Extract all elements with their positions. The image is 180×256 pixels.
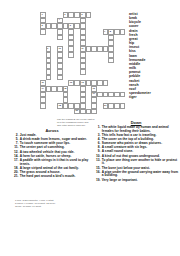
cell-number: 14 xyxy=(41,87,43,90)
clue-text: The hard part around a bird's mouth. xyxy=(20,175,92,179)
clue-text: To place one thing over another to hide … xyxy=(102,159,178,166)
cell-number: 3 xyxy=(81,13,82,16)
clue-text: A pipe under the ground carrying water a… xyxy=(102,171,178,178)
clue-item: 19.Very large or important. xyxy=(94,179,178,183)
cell-number: 7 xyxy=(104,30,105,33)
cell-number: 19 xyxy=(41,81,43,84)
across-clue-list: 2.Just made.5.A drink made from lemons, … xyxy=(12,134,92,179)
cell-number: 5 xyxy=(41,24,42,27)
clue-number: 13. xyxy=(94,159,102,166)
down-clue-list: 1.The white liquid made by human and ani… xyxy=(94,126,178,182)
grid-blank xyxy=(120,109,126,115)
cell-number: 18 xyxy=(58,104,60,107)
clue-number: 21. xyxy=(12,175,20,179)
clue-text: Very large or important. xyxy=(102,179,178,183)
word-bank-item: tiger xyxy=(129,95,177,99)
fine-print-line: 15-hip, 16-drain, 19-great xyxy=(15,205,87,208)
cell-number: 21 xyxy=(104,104,106,107)
cell-number: 13 xyxy=(81,81,83,84)
word-bank: artistbeakbicyclecoverdrainfreshgreathip… xyxy=(129,12,177,99)
cell-number: 9 xyxy=(47,47,48,50)
across-section: Across 2.Just made.5.A drink made from l… xyxy=(12,128,92,179)
clue-item: 13.To place one thing over another to hi… xyxy=(94,159,178,166)
cell-number: 4 xyxy=(58,18,59,21)
cell-number: 1 xyxy=(41,13,42,16)
clue-number: 16. xyxy=(94,171,102,178)
cell-number: 20 xyxy=(76,109,78,112)
cell-number: 2 xyxy=(64,13,65,16)
cell-number: 17 xyxy=(93,92,95,95)
clue-item: 16.A pipe under the ground carrying wate… xyxy=(94,171,178,178)
down-section: Down 1.The white liquid made by human an… xyxy=(94,120,178,183)
cell-number: 8 xyxy=(110,30,111,33)
crossword-grid: 123456789101119121314151617182120 xyxy=(40,12,125,114)
answer-key-note: 1-milk, 3-speedometer, 4-roof, 6-artist,… xyxy=(15,199,87,208)
cell-number: 6 xyxy=(70,24,71,27)
cell-number: 10 xyxy=(58,47,60,50)
cell-number: 12 xyxy=(70,81,72,84)
cell-number: 15 xyxy=(64,87,66,90)
cell-number: 11 xyxy=(81,47,83,50)
cell-number: 16 xyxy=(93,87,95,90)
clue-item: 21.The hard part around a bird's mouth. xyxy=(12,175,92,179)
clue-number: 19. xyxy=(94,179,102,183)
